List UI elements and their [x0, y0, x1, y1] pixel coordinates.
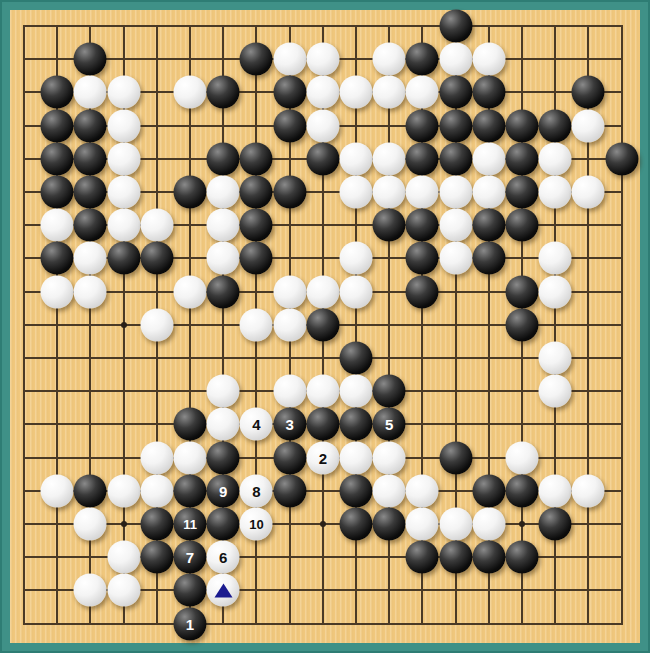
- white-stone: [406, 474, 439, 507]
- black-stone: [340, 508, 373, 541]
- black-stone: [41, 142, 74, 175]
- white-stone: [539, 342, 572, 375]
- hoshi-point: [320, 521, 326, 527]
- black-stone: [273, 176, 306, 209]
- white-stone: [207, 242, 240, 275]
- white-stone: [472, 43, 505, 76]
- black-stone: [439, 109, 472, 142]
- black-stone: [174, 408, 207, 441]
- black-stone: [406, 541, 439, 574]
- black-stone: [406, 142, 439, 175]
- black-stone-move-5: 5: [373, 408, 406, 441]
- white-stone: [306, 275, 339, 308]
- black-stone: [174, 574, 207, 607]
- black-stone: [207, 76, 240, 109]
- black-stone-move-9: 9: [207, 474, 240, 507]
- white-stone: [107, 541, 140, 574]
- black-stone: [373, 508, 406, 541]
- white-stone: [373, 176, 406, 209]
- white-stone: [340, 275, 373, 308]
- black-stone: [506, 308, 539, 341]
- black-stone: [174, 474, 207, 507]
- black-stone: [306, 308, 339, 341]
- black-stone: [373, 209, 406, 242]
- white-stone: [373, 76, 406, 109]
- black-stone: [74, 109, 107, 142]
- white-stone: [107, 76, 140, 109]
- black-stone: [406, 43, 439, 76]
- white-stone: [572, 474, 605, 507]
- white-stone: [373, 142, 406, 175]
- black-stone: [207, 508, 240, 541]
- white-stone: [373, 441, 406, 474]
- black-stone: [273, 109, 306, 142]
- black-stone: [240, 242, 273, 275]
- white-stone: [140, 474, 173, 507]
- black-stone: [207, 441, 240, 474]
- black-stone: [74, 209, 107, 242]
- black-stone: [506, 209, 539, 242]
- black-stone: [472, 541, 505, 574]
- black-stone: [74, 176, 107, 209]
- black-stone: [406, 209, 439, 242]
- black-stone: [240, 43, 273, 76]
- white-stone: [539, 275, 572, 308]
- white-stone: [340, 375, 373, 408]
- white-stone: [273, 275, 306, 308]
- white-stone: [74, 242, 107, 275]
- black-stone: [306, 142, 339, 175]
- white-stone: [174, 441, 207, 474]
- white-stone: [107, 209, 140, 242]
- black-stone-move-1: 1: [174, 607, 207, 640]
- white-stone: [439, 176, 472, 209]
- white-stone: [273, 308, 306, 341]
- black-stone: [74, 142, 107, 175]
- white-stone: [174, 76, 207, 109]
- triangle-marker-icon: [214, 583, 232, 597]
- hoshi-point: [121, 521, 127, 527]
- white-stone: [74, 508, 107, 541]
- black-stone: [439, 10, 472, 43]
- white-stone: [406, 176, 439, 209]
- white-stone: [41, 275, 74, 308]
- black-stone: [240, 176, 273, 209]
- white-stone: [74, 574, 107, 607]
- white-stone-move-8: 8: [240, 474, 273, 507]
- black-stone: [439, 541, 472, 574]
- white-stone: [140, 209, 173, 242]
- black-stone: [174, 176, 207, 209]
- white-stone: [174, 275, 207, 308]
- black-stone: [41, 242, 74, 275]
- black-stone: [506, 176, 539, 209]
- white-stone: [107, 474, 140, 507]
- white-stone: [539, 474, 572, 507]
- black-stone: [439, 76, 472, 109]
- black-stone: [140, 541, 173, 574]
- white-stone: [472, 142, 505, 175]
- white-stone-move-6: 6: [207, 541, 240, 574]
- white-stone: [207, 408, 240, 441]
- white-stone: [306, 43, 339, 76]
- black-stone: [472, 109, 505, 142]
- black-stone: [207, 275, 240, 308]
- white-stone: [207, 375, 240, 408]
- black-stone: [41, 176, 74, 209]
- black-stone: [539, 508, 572, 541]
- white-stone: [107, 142, 140, 175]
- white-stone: [373, 474, 406, 507]
- white-stone: [306, 109, 339, 142]
- black-stone: [406, 275, 439, 308]
- black-stone: [340, 342, 373, 375]
- black-stone: [506, 541, 539, 574]
- white-stone: [207, 176, 240, 209]
- black-stone-move-7: 7: [174, 541, 207, 574]
- white-stone: [107, 176, 140, 209]
- black-stone: [41, 109, 74, 142]
- black-stone: [140, 508, 173, 541]
- black-stone-move-11: 11: [174, 508, 207, 541]
- black-stone: [107, 242, 140, 275]
- white-stone: [406, 76, 439, 109]
- black-stone: [74, 474, 107, 507]
- white-stone-move-10: 10: [240, 508, 273, 541]
- black-stone: [240, 209, 273, 242]
- black-stone: [207, 142, 240, 175]
- black-stone: [273, 441, 306, 474]
- white-stone: [472, 176, 505, 209]
- white-stone: [74, 76, 107, 109]
- white-stone: [107, 109, 140, 142]
- white-stone: [340, 176, 373, 209]
- white-stone: [539, 176, 572, 209]
- white-stone: [140, 308, 173, 341]
- black-stone-move-3: 3: [273, 408, 306, 441]
- black-stone: [340, 408, 373, 441]
- white-stone-move-4: 4: [240, 408, 273, 441]
- black-stone: [306, 408, 339, 441]
- white-stone-move-2: 2: [306, 441, 339, 474]
- go-diagram-window: 4352981110761: [0, 0, 650, 653]
- black-stone: [406, 109, 439, 142]
- go-board[interactable]: 4352981110761: [10, 10, 640, 643]
- grid-line-horizontal: [23, 623, 623, 625]
- black-stone: [506, 109, 539, 142]
- white-stone: [572, 109, 605, 142]
- white-stone: [41, 474, 74, 507]
- white-stone: [539, 375, 572, 408]
- black-stone: [41, 76, 74, 109]
- grid-line-horizontal: [23, 357, 623, 359]
- white-stone: [107, 574, 140, 607]
- black-stone: [439, 441, 472, 474]
- white-stone: [273, 375, 306, 408]
- white-stone: [439, 508, 472, 541]
- black-stone: [506, 275, 539, 308]
- black-stone: [340, 474, 373, 507]
- white-stone: [439, 209, 472, 242]
- black-stone: [373, 375, 406, 408]
- white-stone: [340, 242, 373, 275]
- black-stone: [472, 474, 505, 507]
- white-stone: [472, 508, 505, 541]
- white-stone: [306, 76, 339, 109]
- white-stone: [539, 142, 572, 175]
- white-stone: [140, 441, 173, 474]
- black-stone: [605, 142, 638, 175]
- black-stone: [439, 142, 472, 175]
- black-stone: [406, 242, 439, 275]
- black-stone: [273, 76, 306, 109]
- hoshi-point: [121, 322, 127, 328]
- white-stone: [539, 242, 572, 275]
- grid-line-vertical: [621, 25, 623, 625]
- black-stone: [506, 474, 539, 507]
- black-stone: [273, 474, 306, 507]
- black-stone: [506, 142, 539, 175]
- white-stone: [439, 43, 472, 76]
- white-stone: [439, 242, 472, 275]
- black-stone: [74, 43, 107, 76]
- white-stone: [406, 508, 439, 541]
- white-stone: [340, 142, 373, 175]
- black-stone: [572, 76, 605, 109]
- black-stone: [240, 142, 273, 175]
- black-stone: [472, 76, 505, 109]
- white-stone: [572, 176, 605, 209]
- black-stone: [472, 242, 505, 275]
- white-stone: [306, 375, 339, 408]
- black-stone: [472, 209, 505, 242]
- white-stone: [373, 43, 406, 76]
- white-stone: [74, 275, 107, 308]
- white-stone: [340, 76, 373, 109]
- black-stone: [539, 109, 572, 142]
- hoshi-point: [519, 521, 525, 527]
- white-stone: [207, 209, 240, 242]
- white-stone: [273, 43, 306, 76]
- white-stone-triangle-marked: [207, 574, 240, 607]
- white-stone: [506, 441, 539, 474]
- white-stone: [240, 308, 273, 341]
- white-stone: [340, 441, 373, 474]
- black-stone: [140, 242, 173, 275]
- white-stone: [41, 209, 74, 242]
